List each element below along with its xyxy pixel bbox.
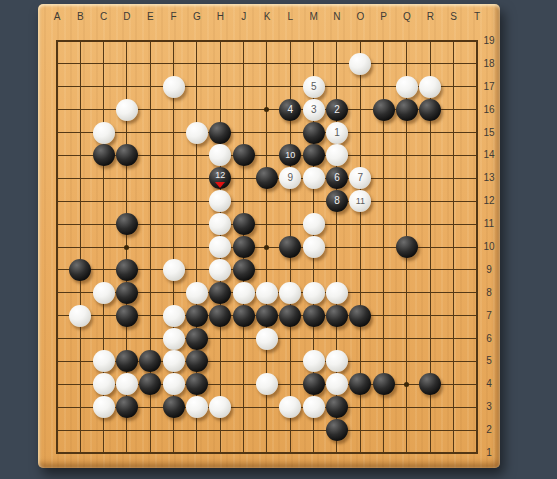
move-number-label: 4 bbox=[288, 105, 294, 115]
stone-black-N16[interactable]: 2 bbox=[326, 99, 348, 121]
move-number-label: 1 bbox=[334, 128, 340, 138]
column-label: J bbox=[236, 11, 252, 23]
row-label: 5 bbox=[479, 355, 499, 367]
stone-black-L16[interactable]: 4 bbox=[279, 99, 301, 121]
stone-white-Q17[interactable] bbox=[396, 76, 418, 98]
stone-white-C3[interactable] bbox=[93, 396, 115, 418]
column-label: P bbox=[376, 11, 392, 23]
column-label: K bbox=[259, 11, 275, 23]
stone-white-M10[interactable] bbox=[303, 236, 325, 258]
stone-black-D7[interactable] bbox=[116, 305, 138, 327]
stone-white-F7[interactable] bbox=[163, 305, 185, 327]
move-number-label: 11 bbox=[356, 196, 365, 206]
row-label: 14 bbox=[479, 149, 499, 161]
stone-black-P4[interactable] bbox=[373, 373, 395, 395]
column-label: O bbox=[352, 11, 368, 23]
move-number-label: 5 bbox=[311, 82, 317, 92]
stone-black-N2[interactable] bbox=[326, 419, 348, 441]
row-label: 6 bbox=[479, 333, 499, 345]
column-label: R bbox=[422, 11, 438, 23]
stone-white-F17[interactable] bbox=[163, 76, 185, 98]
stone-white-M11[interactable] bbox=[303, 213, 325, 235]
column-label: G bbox=[189, 11, 205, 23]
stone-black-P16[interactable] bbox=[373, 99, 395, 121]
column-label: H bbox=[212, 11, 228, 23]
stone-white-N15[interactable]: 1 bbox=[326, 122, 348, 144]
move-number-label: 2 bbox=[334, 105, 340, 115]
stone-black-H8[interactable] bbox=[209, 282, 231, 304]
stone-black-G6[interactable] bbox=[186, 328, 208, 350]
move-number-label: 7 bbox=[358, 173, 364, 183]
stone-white-M8[interactable] bbox=[303, 282, 325, 304]
stone-black-H7[interactable] bbox=[209, 305, 231, 327]
row-label: 3 bbox=[479, 401, 499, 413]
stone-black-M4[interactable] bbox=[303, 373, 325, 395]
column-label: C bbox=[96, 11, 112, 23]
row-label: 18 bbox=[479, 58, 499, 70]
row-label: 19 bbox=[479, 35, 499, 47]
stone-black-D8[interactable] bbox=[116, 282, 138, 304]
column-label: S bbox=[446, 11, 462, 23]
move-number-label: 10 bbox=[285, 150, 295, 160]
move-number-label: 3 bbox=[311, 105, 317, 115]
row-label: 2 bbox=[479, 424, 499, 436]
column-label: B bbox=[72, 11, 88, 23]
stone-white-N8[interactable] bbox=[326, 282, 348, 304]
stone-black-M14[interactable] bbox=[303, 144, 325, 166]
stone-black-M15[interactable] bbox=[303, 122, 325, 144]
stone-black-K7[interactable] bbox=[256, 305, 278, 327]
stone-black-C14[interactable] bbox=[93, 144, 115, 166]
column-label: M bbox=[306, 11, 322, 23]
move-number-label: 8 bbox=[334, 196, 340, 206]
stone-white-G8[interactable] bbox=[186, 282, 208, 304]
last-move-marker-icon bbox=[215, 182, 225, 188]
stone-white-K8[interactable] bbox=[256, 282, 278, 304]
stone-white-C4[interactable] bbox=[93, 373, 115, 395]
stone-white-C5[interactable] bbox=[93, 350, 115, 372]
stone-black-D9[interactable] bbox=[116, 259, 138, 281]
column-label: D bbox=[119, 11, 135, 23]
row-label: 1 bbox=[479, 447, 499, 459]
stone-black-J14[interactable] bbox=[233, 144, 255, 166]
stone-black-Q16[interactable] bbox=[396, 99, 418, 121]
row-label: 7 bbox=[479, 310, 499, 322]
row-label: 15 bbox=[479, 127, 499, 139]
stone-black-M7[interactable] bbox=[303, 305, 325, 327]
stone-white-K6[interactable] bbox=[256, 328, 278, 350]
stone-white-F5[interactable] bbox=[163, 350, 185, 372]
stone-white-M17[interactable]: 5 bbox=[303, 76, 325, 98]
move-number-label: 12 bbox=[215, 170, 225, 180]
stone-white-F6[interactable] bbox=[163, 328, 185, 350]
stone-black-N7[interactable] bbox=[326, 305, 348, 327]
row-label: 12 bbox=[479, 195, 499, 207]
stone-white-G15[interactable] bbox=[186, 122, 208, 144]
row-label: 11 bbox=[479, 218, 499, 230]
column-label: T bbox=[469, 11, 485, 23]
stone-black-J11[interactable] bbox=[233, 213, 255, 235]
stone-white-R17[interactable] bbox=[419, 76, 441, 98]
stone-black-J10[interactable] bbox=[233, 236, 255, 258]
stone-white-C8[interactable] bbox=[93, 282, 115, 304]
stone-black-L7[interactable] bbox=[279, 305, 301, 327]
stone-white-F4[interactable] bbox=[163, 373, 185, 395]
row-label: 10 bbox=[479, 241, 499, 253]
column-label: L bbox=[282, 11, 298, 23]
stone-white-J8[interactable] bbox=[233, 282, 255, 304]
stone-black-D11[interactable] bbox=[116, 213, 138, 235]
column-label: Q bbox=[399, 11, 415, 23]
stone-white-M16[interactable]: 3 bbox=[303, 99, 325, 121]
stone-black-G7[interactable] bbox=[186, 305, 208, 327]
stone-white-F9[interactable] bbox=[163, 259, 185, 281]
stone-white-C15[interactable] bbox=[93, 122, 115, 144]
column-label: A bbox=[49, 11, 65, 23]
stone-white-B7[interactable] bbox=[69, 305, 91, 327]
stone-black-R16[interactable] bbox=[419, 99, 441, 121]
column-label: N bbox=[329, 11, 345, 23]
column-label: F bbox=[166, 11, 182, 23]
move-number-label: 6 bbox=[334, 173, 340, 183]
stone-black-J7[interactable] bbox=[233, 305, 255, 327]
move-number-label: 9 bbox=[288, 173, 294, 183]
row-label: 8 bbox=[479, 287, 499, 299]
stone-black-O7[interactable] bbox=[349, 305, 371, 327]
row-label: 13 bbox=[479, 172, 499, 184]
stone-white-M3[interactable] bbox=[303, 396, 325, 418]
column-label: E bbox=[142, 11, 158, 23]
row-label: 17 bbox=[479, 81, 499, 93]
stone-white-M13[interactable] bbox=[303, 167, 325, 189]
row-label: 9 bbox=[479, 264, 499, 276]
row-label: 4 bbox=[479, 378, 499, 390]
stone-black-J9[interactable] bbox=[233, 259, 255, 281]
stone-black-F3[interactable] bbox=[163, 396, 185, 418]
stone-black-Q10[interactable] bbox=[396, 236, 418, 258]
stone-white-D16[interactable] bbox=[116, 99, 138, 121]
stone-black-H15[interactable] bbox=[209, 122, 231, 144]
stone-white-L8[interactable] bbox=[279, 282, 301, 304]
app-background: ABCDEFGHJKLMNOPQRST191817161514131211109… bbox=[0, 0, 557, 479]
go-board[interactable]: ABCDEFGHJKLMNOPQRST191817161514131211109… bbox=[38, 4, 500, 468]
row-label: 16 bbox=[479, 104, 499, 116]
stone-white-M5[interactable] bbox=[303, 350, 325, 372]
